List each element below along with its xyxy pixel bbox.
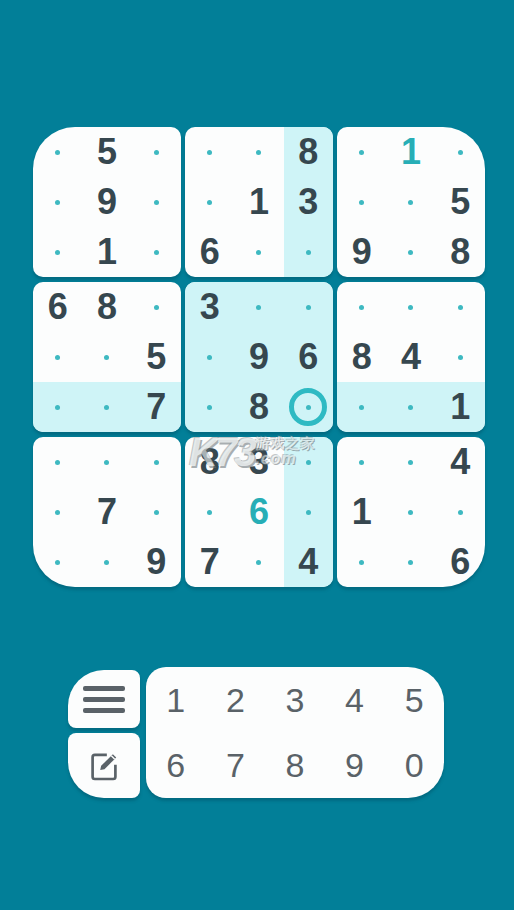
empty-cell-dot: [408, 560, 413, 565]
sudoku-cell-r3c4[interactable]: 6: [185, 227, 234, 277]
sudoku-cell-r5c7[interactable]: 8: [337, 332, 386, 382]
sudoku-cell-r7c8[interactable]: [386, 437, 435, 487]
sudoku-cell-r8c8[interactable]: [386, 487, 435, 537]
sudoku-box-6: 841: [337, 282, 485, 432]
menu-button[interactable]: [68, 670, 140, 728]
sudoku-cell-r6c8[interactable]: [386, 382, 435, 432]
empty-cell-dot: [154, 200, 159, 205]
sudoku-cell-r2c2[interactable]: 9: [82, 177, 131, 227]
key-1[interactable]: 1: [146, 683, 206, 717]
empty-cell-dot: [154, 460, 159, 465]
sudoku-cell-r7c9[interactable]: 4: [436, 437, 485, 487]
sudoku-cell-r4c3[interactable]: [132, 282, 181, 332]
sudoku-cell-r4c2[interactable]: 8: [82, 282, 131, 332]
empty-cell-dot: [359, 150, 364, 155]
sudoku-cell-r7c6[interactable]: [284, 437, 333, 487]
empty-cell-dot: [55, 250, 60, 255]
sudoku-cell-r3c7[interactable]: 9: [337, 227, 386, 277]
empty-cell-dot: [458, 510, 463, 515]
empty-cell-dot: [55, 405, 60, 410]
empty-cell-dot: [207, 355, 212, 360]
sudoku-cell-r2c7[interactable]: [337, 177, 386, 227]
empty-cell-dot: [154, 510, 159, 515]
empty-cell-dot: [154, 150, 159, 155]
empty-cell-dot: [104, 405, 109, 410]
sudoku-cell-r5c4[interactable]: [185, 332, 234, 382]
sudoku-cell-r8c1[interactable]: [33, 487, 82, 537]
sudoku-box-8: 83674: [185, 437, 333, 587]
sudoku-cell-r5c5[interactable]: 9: [234, 332, 283, 382]
sudoku-cell-r4c7[interactable]: [337, 282, 386, 332]
key-9[interactable]: 9: [325, 748, 385, 782]
sudoku-cell-r8c2[interactable]: 7: [82, 487, 131, 537]
sudoku-cell-r8c4[interactable]: [185, 487, 234, 537]
sudoku-cell-r7c2[interactable]: [82, 437, 131, 487]
empty-cell-dot: [306, 405, 311, 410]
sudoku-cell-r7c1[interactable]: [33, 437, 82, 487]
key-8[interactable]: 8: [265, 748, 325, 782]
empty-cell-dot: [256, 560, 261, 565]
sudoku-cell-r5c8[interactable]: 4: [386, 332, 435, 382]
sudoku-cell-r2c9[interactable]: 5: [436, 177, 485, 227]
empty-cell-dot: [359, 405, 364, 410]
sudoku-cell-r1c9[interactable]: [436, 127, 485, 177]
key-3[interactable]: 3: [265, 683, 325, 717]
sudoku-cell-r9c2[interactable]: [82, 537, 131, 587]
sudoku-cell-r2c1[interactable]: [33, 177, 82, 227]
sudoku-box-9: 416: [337, 437, 485, 587]
selected-cell-ring: [289, 388, 327, 426]
empty-cell-dot: [55, 150, 60, 155]
sudoku-cell-r5c3[interactable]: 5: [132, 332, 181, 382]
empty-cell-dot: [154, 250, 159, 255]
sudoku-cell-r6c7[interactable]: [337, 382, 386, 432]
sudoku-box-1: 591: [33, 127, 181, 277]
sudoku-cell-r6c1[interactable]: [33, 382, 82, 432]
empty-cell-dot: [55, 510, 60, 515]
sudoku-board: 59181361598685739688417983674416: [33, 127, 485, 587]
sudoku-cell-r7c4[interactable]: 8: [185, 437, 234, 487]
sudoku-cell-r3c6[interactable]: [284, 227, 333, 277]
empty-cell-dot: [359, 305, 364, 310]
empty-cell-dot: [359, 200, 364, 205]
empty-cell-dot: [207, 405, 212, 410]
sudoku-cell-r3c9[interactable]: 8: [436, 227, 485, 277]
number-pad: 1234567890: [146, 667, 444, 798]
sudoku-cell-r3c2[interactable]: 1: [82, 227, 131, 277]
sudoku-cell-r2c3[interactable]: [132, 177, 181, 227]
sudoku-cell-r4c8[interactable]: [386, 282, 435, 332]
sudoku-cell-r9c8[interactable]: [386, 537, 435, 587]
sudoku-cell-r2c8[interactable]: [386, 177, 435, 227]
sudoku-cell-r1c2[interactable]: 5: [82, 127, 131, 177]
sudoku-cell-r8c5[interactable]: 6: [234, 487, 283, 537]
sudoku-cell-r8c7[interactable]: 1: [337, 487, 386, 537]
sudoku-cell-r2c5[interactable]: 1: [234, 177, 283, 227]
empty-cell-dot: [408, 250, 413, 255]
sudoku-cell-r7c3[interactable]: [132, 437, 181, 487]
hamburger-menu-icon: [83, 686, 125, 713]
empty-cell-dot: [104, 460, 109, 465]
sudoku-cell-r3c8[interactable]: [386, 227, 435, 277]
sudoku-cell-r4c9[interactable]: [436, 282, 485, 332]
sudoku-cell-r8c9[interactable]: [436, 487, 485, 537]
sudoku-box-2: 8136: [185, 127, 333, 277]
empty-cell-dot: [55, 560, 60, 565]
empty-cell-dot: [306, 510, 311, 515]
key-7[interactable]: 7: [206, 748, 266, 782]
sudoku-cell-r5c9[interactable]: [436, 332, 485, 382]
sudoku-cell-r1c3[interactable]: [132, 127, 181, 177]
key-5[interactable]: 5: [384, 683, 444, 717]
sudoku-box-4: 6857: [33, 282, 181, 432]
empty-cell-dot: [458, 305, 463, 310]
key-0[interactable]: 0: [384, 748, 444, 782]
empty-cell-dot: [256, 305, 261, 310]
empty-cell-dot: [306, 250, 311, 255]
sudoku-cell-r6c5[interactable]: 8: [234, 382, 283, 432]
sudoku-cell-r6c9[interactable]: 1: [436, 382, 485, 432]
empty-cell-dot: [408, 200, 413, 205]
empty-cell-dot: [104, 560, 109, 565]
empty-cell-dot: [306, 305, 311, 310]
empty-cell-dot: [55, 355, 60, 360]
empty-cell-dot: [55, 460, 60, 465]
sudoku-cell-r7c7[interactable]: [337, 437, 386, 487]
sudoku-cell-r6c4[interactable]: [185, 382, 234, 432]
empty-cell-dot: [207, 200, 212, 205]
empty-cell-dot: [408, 510, 413, 515]
sudoku-cell-r4c1[interactable]: 6: [33, 282, 82, 332]
key-2[interactable]: 2: [206, 683, 266, 717]
keypad-row-2: 67890: [146, 733, 444, 799]
empty-cell-dot: [256, 150, 261, 155]
key-4[interactable]: 4: [325, 683, 385, 717]
keypad-row-1: 12345: [146, 667, 444, 733]
sudoku-box-5: 3968: [185, 282, 333, 432]
sudoku-cell-r8c3[interactable]: [132, 487, 181, 537]
notes-edit-button[interactable]: [68, 733, 140, 798]
empty-cell-dot: [408, 305, 413, 310]
empty-cell-dot: [458, 355, 463, 360]
sudoku-cell-r4c6[interactable]: [284, 282, 333, 332]
sudoku-cell-r3c3[interactable]: [132, 227, 181, 277]
sudoku-cell-r6c6[interactable]: [284, 382, 333, 432]
empty-cell-dot: [408, 460, 413, 465]
sudoku-cell-r2c4[interactable]: [185, 177, 234, 227]
sudoku-box-7: 79: [33, 437, 181, 587]
sudoku-cell-r9c1[interactable]: [33, 537, 82, 587]
empty-cell-dot: [207, 510, 212, 515]
sudoku-cell-r1c4[interactable]: [185, 127, 234, 177]
sudoku-cell-r6c3[interactable]: 7: [132, 382, 181, 432]
sudoku-cell-r3c5[interactable]: [234, 227, 283, 277]
empty-cell-dot: [359, 560, 364, 565]
sudoku-cell-r2c6[interactable]: 3: [284, 177, 333, 227]
sudoku-cell-r6c2[interactable]: [82, 382, 131, 432]
empty-cell-dot: [256, 250, 261, 255]
sudoku-cell-r9c5[interactable]: [234, 537, 283, 587]
sudoku-app-screen: 59181361598685739688417983674416 K73 游戏之…: [0, 0, 514, 910]
empty-cell-dot: [104, 355, 109, 360]
sudoku-cell-r8c6[interactable]: [284, 487, 333, 537]
sudoku-cell-r7c5[interactable]: 3: [234, 437, 283, 487]
empty-cell-dot: [207, 150, 212, 155]
sudoku-cell-r1c8[interactable]: 1: [386, 127, 435, 177]
sudoku-cell-r1c1[interactable]: [33, 127, 82, 177]
sudoku-cell-r9c4[interactable]: 7: [185, 537, 234, 587]
sudoku-cell-r5c2[interactable]: [82, 332, 131, 382]
sudoku-cell-r9c6[interactable]: 4: [284, 537, 333, 587]
sudoku-cell-r9c3[interactable]: 9: [132, 537, 181, 587]
sudoku-cell-r4c5[interactable]: [234, 282, 283, 332]
sudoku-cell-r1c5[interactable]: [234, 127, 283, 177]
empty-cell-dot: [408, 405, 413, 410]
sudoku-cell-r1c7[interactable]: [337, 127, 386, 177]
sudoku-cell-r5c1[interactable]: [33, 332, 82, 382]
empty-cell-dot: [154, 305, 159, 310]
key-6[interactable]: 6: [146, 748, 206, 782]
empty-cell-dot: [55, 200, 60, 205]
sudoku-box-3: 1598: [337, 127, 485, 277]
sudoku-cell-r4c4[interactable]: 3: [185, 282, 234, 332]
sudoku-cell-r9c7[interactable]: [337, 537, 386, 587]
sudoku-cell-r5c6[interactable]: 6: [284, 332, 333, 382]
sudoku-cell-r3c1[interactable]: [33, 227, 82, 277]
empty-cell-dot: [306, 460, 311, 465]
pencil-edit-icon: [85, 747, 123, 785]
sudoku-cell-r9c9[interactable]: 6: [436, 537, 485, 587]
empty-cell-dot: [458, 150, 463, 155]
sudoku-cell-r1c6[interactable]: 8: [284, 127, 333, 177]
empty-cell-dot: [359, 460, 364, 465]
